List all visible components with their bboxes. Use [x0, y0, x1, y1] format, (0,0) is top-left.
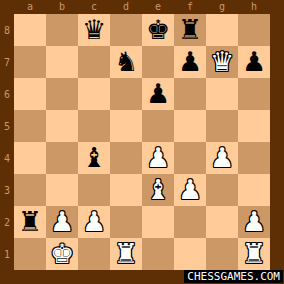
- square-b7[interactable]: [46, 46, 78, 78]
- square-a6[interactable]: [14, 78, 46, 110]
- square-g6[interactable]: [206, 78, 238, 110]
- square-a4[interactable]: [14, 142, 46, 174]
- square-a5[interactable]: [14, 110, 46, 142]
- square-f4[interactable]: [174, 142, 206, 174]
- square-f1[interactable]: [174, 238, 206, 270]
- file-label-e: e: [142, 0, 174, 14]
- square-h3[interactable]: [238, 174, 270, 206]
- white-pawn-g4: ♟: [210, 144, 234, 171]
- square-a7[interactable]: [14, 46, 46, 78]
- white-pawn-c2: ♟: [82, 208, 106, 235]
- square-g1[interactable]: [206, 238, 238, 270]
- white-pawn-e4: ♟: [146, 144, 170, 171]
- white-pawn-h2: ♟: [242, 208, 266, 235]
- square-d8[interactable]: [110, 14, 142, 46]
- square-d6[interactable]: [110, 78, 142, 110]
- square-b5[interactable]: [46, 110, 78, 142]
- square-d4[interactable]: [110, 142, 142, 174]
- white-rook-h1: ♜: [242, 240, 266, 267]
- square-h6[interactable]: [238, 78, 270, 110]
- square-f7[interactable]: ♟: [174, 46, 206, 78]
- rank-label-8: 8: [0, 14, 14, 46]
- square-b2[interactable]: ♟: [46, 206, 78, 238]
- chess-board: ♛♚♜♞♟♛♟♟♝♟♟♝♟♜♟♟♟♚♜♜: [14, 14, 270, 270]
- square-e7[interactable]: [142, 46, 174, 78]
- black-rook-f8: ♜: [178, 16, 202, 43]
- file-labels: abcdefgh: [14, 0, 270, 14]
- black-knight-d7: ♞: [114, 48, 138, 75]
- square-g3[interactable]: [206, 174, 238, 206]
- rank-label-7: 7: [0, 46, 14, 78]
- square-a1[interactable]: [14, 238, 46, 270]
- file-label-h: h: [238, 0, 270, 14]
- square-g4[interactable]: ♟: [206, 142, 238, 174]
- square-b1[interactable]: ♚: [46, 238, 78, 270]
- square-g2[interactable]: [206, 206, 238, 238]
- square-d7[interactable]: ♞: [110, 46, 142, 78]
- square-d2[interactable]: [110, 206, 142, 238]
- white-pawn-b2: ♟: [50, 208, 74, 235]
- square-c5[interactable]: [78, 110, 110, 142]
- black-rook-a2: ♜: [18, 208, 42, 235]
- square-b6[interactable]: [46, 78, 78, 110]
- square-h1[interactable]: ♜: [238, 238, 270, 270]
- rank-label-1: 1: [0, 238, 14, 270]
- square-c4[interactable]: ♝: [78, 142, 110, 174]
- square-a8[interactable]: [14, 14, 46, 46]
- square-c2[interactable]: ♟: [78, 206, 110, 238]
- file-label-f: f: [174, 0, 206, 14]
- file-label-d: d: [110, 0, 142, 14]
- rank-label-6: 6: [0, 78, 14, 110]
- file-label-c: c: [78, 0, 110, 14]
- rank-label-2: 2: [0, 206, 14, 238]
- chess-board-frame: abcdefgh 87654321 ♛♚♜♞♟♛♟♟♝♟♟♝♟♜♟♟♟♚♜♜ C…: [0, 0, 284, 284]
- square-c6[interactable]: [78, 78, 110, 110]
- square-f2[interactable]: [174, 206, 206, 238]
- square-e4[interactable]: ♟: [142, 142, 174, 174]
- file-label-a: a: [14, 0, 46, 14]
- white-king-b1: ♚: [50, 240, 74, 267]
- black-bishop-c4: ♝: [82, 144, 106, 171]
- black-pawn-h7: ♟: [242, 48, 266, 75]
- rank-label-3: 3: [0, 174, 14, 206]
- square-d5[interactable]: [110, 110, 142, 142]
- square-b4[interactable]: [46, 142, 78, 174]
- bottom-border: CHESSGAMES.COM: [0, 270, 284, 284]
- square-e1[interactable]: [142, 238, 174, 270]
- white-pawn-f3: ♟: [178, 176, 202, 203]
- square-c3[interactable]: [78, 174, 110, 206]
- black-king-e8: ♚: [146, 16, 170, 43]
- square-e5[interactable]: [142, 110, 174, 142]
- square-h2[interactable]: ♟: [238, 206, 270, 238]
- square-b8[interactable]: [46, 14, 78, 46]
- square-h7[interactable]: ♟: [238, 46, 270, 78]
- square-h4[interactable]: [238, 142, 270, 174]
- site-watermark: CHESSGAMES.COM: [184, 270, 283, 283]
- square-f6[interactable]: [174, 78, 206, 110]
- rank-label-5: 5: [0, 110, 14, 142]
- square-c8[interactable]: ♛: [78, 14, 110, 46]
- square-h5[interactable]: [238, 110, 270, 142]
- square-d3[interactable]: [110, 174, 142, 206]
- square-e8[interactable]: ♚: [142, 14, 174, 46]
- square-b3[interactable]: [46, 174, 78, 206]
- rank-label-4: 4: [0, 142, 14, 174]
- black-pawn-e6: ♟: [146, 80, 170, 107]
- square-g5[interactable]: [206, 110, 238, 142]
- square-a2[interactable]: ♜: [14, 206, 46, 238]
- square-h8[interactable]: [238, 14, 270, 46]
- square-e2[interactable]: [142, 206, 174, 238]
- square-g8[interactable]: [206, 14, 238, 46]
- square-f5[interactable]: [174, 110, 206, 142]
- black-pawn-f7: ♟: [178, 48, 202, 75]
- square-f8[interactable]: ♜: [174, 14, 206, 46]
- square-e6[interactable]: ♟: [142, 78, 174, 110]
- square-c7[interactable]: [78, 46, 110, 78]
- black-queen-c8: ♛: [82, 16, 106, 43]
- file-label-b: b: [46, 0, 78, 14]
- white-rook-d1: ♜: [114, 240, 138, 267]
- rank-labels: 87654321: [0, 14, 14, 270]
- file-label-g: g: [206, 0, 238, 14]
- square-d1[interactable]: ♜: [110, 238, 142, 270]
- square-c1[interactable]: [78, 238, 110, 270]
- square-a3[interactable]: [14, 174, 46, 206]
- white-queen-g7: ♛: [210, 48, 234, 75]
- square-f3[interactable]: ♟: [174, 174, 206, 206]
- square-e3[interactable]: ♝: [142, 174, 174, 206]
- square-g7[interactable]: ♛: [206, 46, 238, 78]
- white-bishop-e3: ♝: [146, 176, 170, 203]
